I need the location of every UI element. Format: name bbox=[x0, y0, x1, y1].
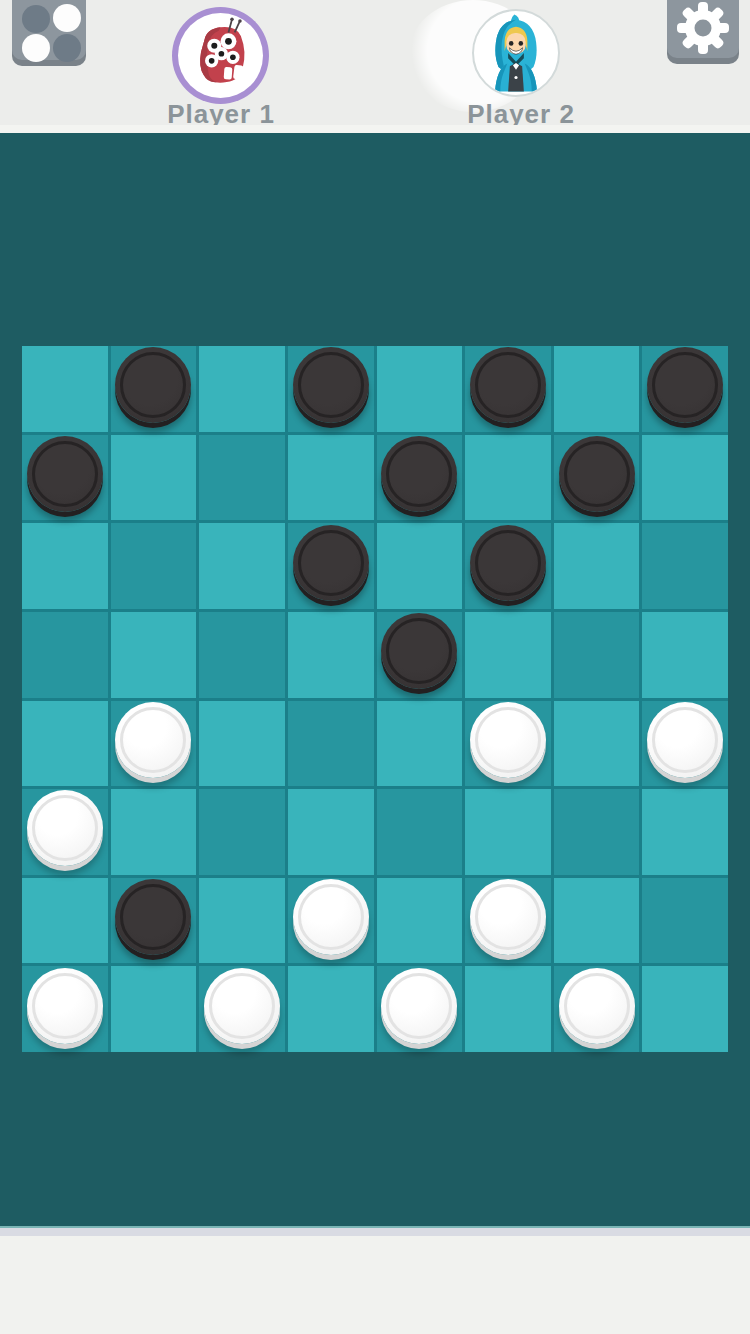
square-r0c1[interactable] bbox=[111, 346, 197, 432]
black-checker[interactable] bbox=[115, 347, 191, 423]
square-r0c0[interactable] bbox=[22, 346, 108, 432]
square-r4c6[interactable] bbox=[554, 701, 640, 787]
square-r2c4[interactable] bbox=[377, 523, 463, 609]
square-r5c6[interactable] bbox=[554, 789, 640, 875]
white-checker[interactable] bbox=[647, 702, 723, 778]
player2-girl-icon bbox=[474, 11, 558, 95]
top-bar-shadow bbox=[0, 125, 750, 133]
square-r5c2[interactable] bbox=[199, 789, 285, 875]
bottom-ad-bar bbox=[0, 1236, 750, 1334]
square-r4c4[interactable] bbox=[377, 701, 463, 787]
white-checker[interactable] bbox=[115, 702, 191, 778]
square-r5c7[interactable] bbox=[642, 789, 728, 875]
square-r4c7[interactable] bbox=[642, 701, 728, 787]
square-r7c0[interactable] bbox=[22, 966, 108, 1052]
player2-avatar[interactable] bbox=[472, 9, 560, 97]
board-pieces-button[interactable] bbox=[12, 0, 86, 66]
square-r4c2[interactable] bbox=[199, 701, 285, 787]
white-checker[interactable] bbox=[381, 968, 457, 1044]
white-checker[interactable] bbox=[470, 879, 546, 955]
square-r6c5[interactable] bbox=[465, 878, 551, 964]
square-r7c4[interactable] bbox=[377, 966, 463, 1052]
black-checker[interactable] bbox=[381, 436, 457, 512]
square-r2c2[interactable] bbox=[199, 523, 285, 609]
square-r0c5[interactable] bbox=[465, 346, 551, 432]
square-r1c7[interactable] bbox=[642, 435, 728, 521]
black-checker[interactable] bbox=[381, 613, 457, 689]
board bbox=[22, 346, 728, 1052]
black-checker[interactable] bbox=[293, 347, 369, 423]
square-r5c1[interactable] bbox=[111, 789, 197, 875]
square-r3c6[interactable] bbox=[554, 612, 640, 698]
square-r6c0[interactable] bbox=[22, 878, 108, 964]
square-r1c6[interactable] bbox=[554, 435, 640, 521]
gear-icon bbox=[675, 0, 731, 56]
black-checker[interactable] bbox=[470, 347, 546, 423]
black-checker[interactable] bbox=[647, 347, 723, 423]
square-r2c7[interactable] bbox=[642, 523, 728, 609]
square-r3c7[interactable] bbox=[642, 612, 728, 698]
square-r0c4[interactable] bbox=[377, 346, 463, 432]
black-checker[interactable] bbox=[559, 436, 635, 512]
square-r3c1[interactable] bbox=[111, 612, 197, 698]
square-r6c1[interactable] bbox=[111, 878, 197, 964]
square-r7c2[interactable] bbox=[199, 966, 285, 1052]
white-checker[interactable] bbox=[204, 968, 280, 1044]
square-r6c2[interactable] bbox=[199, 878, 285, 964]
square-r4c5[interactable] bbox=[465, 701, 551, 787]
square-r6c3[interactable] bbox=[288, 878, 374, 964]
bottom-bar-shadow bbox=[0, 1228, 750, 1236]
black-checker[interactable] bbox=[27, 436, 103, 512]
square-r0c3[interactable] bbox=[288, 346, 374, 432]
square-r7c7[interactable] bbox=[642, 966, 728, 1052]
square-r1c5[interactable] bbox=[465, 435, 551, 521]
square-r5c0[interactable] bbox=[22, 789, 108, 875]
square-r1c2[interactable] bbox=[199, 435, 285, 521]
white-checker[interactable] bbox=[470, 702, 546, 778]
square-r4c3[interactable] bbox=[288, 701, 374, 787]
square-r1c0[interactable] bbox=[22, 435, 108, 521]
square-r2c5[interactable] bbox=[465, 523, 551, 609]
black-checker[interactable] bbox=[115, 879, 191, 955]
dot-white-icon bbox=[53, 4, 81, 32]
player1-avatar[interactable] bbox=[172, 7, 269, 104]
white-checker[interactable] bbox=[559, 968, 635, 1044]
square-r2c6[interactable] bbox=[554, 523, 640, 609]
square-r0c2[interactable] bbox=[199, 346, 285, 432]
square-r7c5[interactable] bbox=[465, 966, 551, 1052]
square-r1c3[interactable] bbox=[288, 435, 374, 521]
dot-white-icon bbox=[22, 34, 50, 62]
game-area bbox=[0, 133, 750, 1226]
white-checker[interactable] bbox=[293, 879, 369, 955]
square-r7c6[interactable] bbox=[554, 966, 640, 1052]
square-r6c7[interactable] bbox=[642, 878, 728, 964]
square-r5c5[interactable] bbox=[465, 789, 551, 875]
square-r7c1[interactable] bbox=[111, 966, 197, 1052]
square-r4c0[interactable] bbox=[22, 701, 108, 787]
top-bar: Player 1 Player 2 bbox=[0, 0, 750, 125]
game-screen: Player 1 Player 2 bbox=[0, 0, 750, 1334]
square-r1c4[interactable] bbox=[377, 435, 463, 521]
square-r3c2[interactable] bbox=[199, 612, 285, 698]
square-r4c1[interactable] bbox=[111, 701, 197, 787]
settings-button[interactable] bbox=[667, 0, 739, 64]
square-r3c5[interactable] bbox=[465, 612, 551, 698]
black-checker[interactable] bbox=[293, 525, 369, 601]
square-r7c3[interactable] bbox=[288, 966, 374, 1052]
square-r0c6[interactable] bbox=[554, 346, 640, 432]
square-r2c3[interactable] bbox=[288, 523, 374, 609]
dot-dark-icon bbox=[22, 5, 50, 33]
white-checker[interactable] bbox=[27, 968, 103, 1044]
black-checker[interactable] bbox=[470, 525, 546, 601]
white-checker[interactable] bbox=[27, 790, 103, 866]
square-r3c0[interactable] bbox=[22, 612, 108, 698]
player1-monster-icon bbox=[178, 13, 263, 98]
square-r1c1[interactable] bbox=[111, 435, 197, 521]
square-r3c3[interactable] bbox=[288, 612, 374, 698]
square-r5c3[interactable] bbox=[288, 789, 374, 875]
square-r3c4[interactable] bbox=[377, 612, 463, 698]
square-r5c4[interactable] bbox=[377, 789, 463, 875]
square-r2c0[interactable] bbox=[22, 523, 108, 609]
square-r2c1[interactable] bbox=[111, 523, 197, 609]
square-r0c7[interactable] bbox=[642, 346, 728, 432]
dot-dark-icon bbox=[53, 34, 81, 62]
square-r6c4[interactable] bbox=[377, 878, 463, 964]
square-r6c6[interactable] bbox=[554, 878, 640, 964]
